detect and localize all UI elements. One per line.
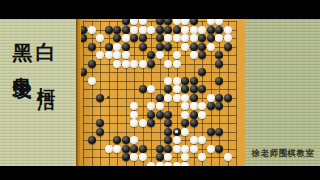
white-stone bbox=[181, 34, 189, 42]
white-stone bbox=[164, 94, 172, 102]
white-stone bbox=[164, 60, 172, 68]
white-stone bbox=[88, 77, 96, 85]
grid-line-vertical bbox=[236, 21, 237, 166]
frame-content: 黑 白 申旻埈 柯洁 bbox=[0, 19, 320, 166]
black-stone bbox=[88, 136, 96, 144]
black-player-name: 申旻埈 bbox=[13, 61, 32, 67]
black-stone bbox=[207, 26, 215, 34]
white-stone bbox=[164, 153, 172, 161]
white-stone bbox=[130, 102, 138, 110]
letterbox-bar-bottom bbox=[0, 166, 320, 180]
white-stone bbox=[181, 153, 189, 161]
white-stone bbox=[113, 145, 121, 153]
white-stone bbox=[181, 111, 189, 119]
white-stone bbox=[198, 102, 206, 110]
white-stone bbox=[215, 19, 223, 25]
black-stone bbox=[105, 26, 113, 34]
white-stone bbox=[139, 19, 147, 25]
white-stone bbox=[139, 153, 147, 161]
black-stone bbox=[81, 26, 87, 34]
white-stone bbox=[164, 34, 172, 42]
white-stone bbox=[224, 34, 232, 42]
white-stone bbox=[181, 94, 189, 102]
black-stone bbox=[198, 43, 206, 51]
black-stone bbox=[190, 43, 198, 51]
black-stone bbox=[190, 94, 198, 102]
white-stone bbox=[96, 51, 104, 59]
black-stone bbox=[198, 68, 206, 76]
black-stone bbox=[122, 43, 130, 51]
black-stone bbox=[190, 111, 198, 119]
black-stone bbox=[122, 19, 130, 25]
black-stone bbox=[96, 94, 104, 102]
white-stone bbox=[190, 34, 198, 42]
black-stone bbox=[215, 77, 223, 85]
black-stone bbox=[139, 85, 147, 93]
white-stone bbox=[105, 145, 113, 153]
white-stone bbox=[198, 111, 206, 119]
black-stone bbox=[173, 26, 181, 34]
white-stone bbox=[113, 51, 121, 59]
white-stone bbox=[113, 60, 121, 68]
black-stone bbox=[156, 94, 164, 102]
black-stone bbox=[224, 43, 232, 51]
black-stone bbox=[164, 119, 172, 127]
black-stone bbox=[156, 153, 164, 161]
black-stone bbox=[139, 34, 147, 42]
black-stone bbox=[113, 34, 121, 42]
white-stone bbox=[207, 145, 215, 153]
white-stone bbox=[215, 34, 223, 42]
white-stone bbox=[113, 43, 121, 51]
white-stone bbox=[190, 26, 198, 34]
black-stone bbox=[156, 26, 164, 34]
black-stone bbox=[122, 136, 130, 144]
white-player-name: 柯洁 bbox=[37, 73, 55, 81]
black-stone bbox=[164, 43, 172, 51]
black-stone bbox=[207, 34, 215, 42]
black-stone bbox=[190, 85, 198, 93]
black-stone bbox=[122, 153, 130, 161]
black-stone bbox=[215, 102, 223, 110]
black-stone bbox=[96, 128, 104, 136]
white-stone bbox=[173, 34, 181, 42]
black-stone bbox=[147, 51, 155, 59]
black-stone bbox=[215, 94, 223, 102]
white-stone bbox=[181, 128, 189, 136]
white-stone bbox=[130, 26, 138, 34]
black-stone bbox=[164, 26, 172, 34]
black-stone bbox=[122, 26, 130, 34]
white-stone bbox=[156, 51, 164, 59]
white-stone bbox=[181, 43, 189, 51]
video-frame: 黑 白 申旻埈 柯洁 徐老师围棋教室 bbox=[0, 0, 320, 180]
black-stone bbox=[130, 34, 138, 42]
black-stone bbox=[190, 19, 198, 25]
black-stone bbox=[147, 111, 155, 119]
black-stone bbox=[81, 68, 87, 76]
black-stone bbox=[190, 119, 198, 127]
black-stone bbox=[198, 85, 206, 93]
black-stone bbox=[181, 77, 189, 85]
black-stone bbox=[88, 60, 96, 68]
black-stone bbox=[147, 119, 155, 127]
grid-line-vertical bbox=[83, 21, 84, 166]
white-stone bbox=[181, 26, 189, 34]
black-stone bbox=[156, 19, 164, 25]
black-stone bbox=[190, 77, 198, 85]
black-stone bbox=[156, 145, 164, 153]
white-stone bbox=[173, 145, 181, 153]
black-stone bbox=[156, 34, 164, 42]
black-stone bbox=[215, 145, 223, 153]
white-stone bbox=[96, 34, 104, 42]
white-stone bbox=[181, 19, 189, 25]
black-stone bbox=[164, 136, 172, 144]
white-stone bbox=[130, 111, 138, 119]
black-stone bbox=[164, 128, 172, 136]
white-stone bbox=[164, 77, 172, 85]
white-stone bbox=[173, 77, 181, 85]
white-stone bbox=[173, 85, 181, 93]
black-stone bbox=[215, 51, 223, 59]
tatami-background-right bbox=[245, 19, 320, 166]
black-stone bbox=[224, 94, 232, 102]
black-stone bbox=[130, 145, 138, 153]
black-stone bbox=[207, 128, 215, 136]
white-stone bbox=[130, 60, 138, 68]
channel-watermark: 徐老师围棋教室 bbox=[246, 148, 320, 160]
black-stone bbox=[88, 43, 96, 51]
black-stone bbox=[113, 26, 121, 34]
white-stone bbox=[198, 153, 206, 161]
white-stone bbox=[156, 102, 164, 110]
white-stone bbox=[173, 51, 181, 59]
grid-line-vertical bbox=[151, 21, 152, 166]
white-stone bbox=[190, 102, 198, 110]
black-stone bbox=[105, 43, 113, 51]
last-move-marker bbox=[175, 130, 178, 133]
white-stone bbox=[224, 153, 232, 161]
black-stone bbox=[164, 145, 172, 153]
white-stone bbox=[130, 119, 138, 127]
white-stone bbox=[190, 51, 198, 59]
white-stone bbox=[207, 94, 215, 102]
black-stone bbox=[139, 43, 147, 51]
white-stone bbox=[190, 145, 198, 153]
white-stone bbox=[122, 34, 130, 42]
black-stone bbox=[147, 60, 155, 68]
white-stone bbox=[173, 19, 181, 25]
white-stone bbox=[198, 136, 206, 144]
black-stone bbox=[198, 51, 206, 59]
white-stone bbox=[190, 136, 198, 144]
black-stone bbox=[215, 26, 223, 34]
white-stone bbox=[130, 19, 138, 25]
grid-line-horizontal bbox=[83, 140, 237, 141]
white-stone bbox=[173, 136, 181, 144]
letterbox-bar-top bbox=[0, 0, 320, 19]
white-stone bbox=[181, 102, 189, 110]
black-stone bbox=[96, 119, 104, 127]
black-stone bbox=[207, 102, 215, 110]
black-stone bbox=[181, 85, 189, 93]
black-stone bbox=[122, 145, 130, 153]
black-stone bbox=[139, 145, 147, 153]
white-stone bbox=[122, 60, 130, 68]
white-stone bbox=[181, 145, 189, 153]
white-stone bbox=[130, 153, 138, 161]
white-stone bbox=[139, 60, 147, 68]
black-stone bbox=[164, 111, 172, 119]
white-stone bbox=[207, 43, 215, 51]
white-stone bbox=[130, 136, 138, 144]
black-stone bbox=[164, 85, 172, 93]
white-stone bbox=[173, 94, 181, 102]
white-stone bbox=[224, 26, 232, 34]
white-stone bbox=[147, 85, 155, 93]
black-stone bbox=[156, 43, 164, 51]
grid-line-horizontal bbox=[83, 123, 237, 124]
white-stone bbox=[105, 51, 113, 59]
white-stone bbox=[198, 26, 206, 34]
white-stone bbox=[122, 51, 130, 59]
white-stone bbox=[88, 26, 96, 34]
black-stone bbox=[156, 111, 164, 119]
black-stone bbox=[198, 34, 206, 42]
white-stone bbox=[139, 26, 147, 34]
go-board bbox=[81, 19, 245, 166]
black-stone bbox=[215, 128, 223, 136]
black-stone bbox=[181, 119, 189, 127]
white-stone bbox=[207, 19, 215, 25]
white-stone bbox=[173, 60, 181, 68]
black-stone bbox=[215, 60, 223, 68]
black-stone bbox=[81, 34, 87, 42]
white-stone bbox=[139, 119, 147, 127]
black-stone bbox=[164, 19, 172, 25]
black-stone bbox=[113, 136, 121, 144]
white-stone bbox=[147, 102, 155, 110]
tatami-background-left bbox=[0, 19, 76, 166]
star-point bbox=[107, 96, 110, 99]
white-stone bbox=[147, 26, 155, 34]
